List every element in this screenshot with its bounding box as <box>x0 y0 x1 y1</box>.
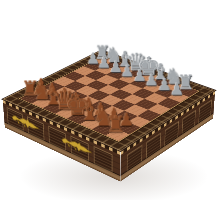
square-h1: ♜ <box>105 129 129 141</box>
piece-copper-rook: ♜ <box>98 113 134 135</box>
chess-set-photo: ♜♞♝♛♚♝♞♜♟♟♟♟♟♟♟♟♟♟♟♟♟♟♟♟♜♞♝♛♚♝♞♜ <box>0 0 222 222</box>
board-top: ♜♞♝♛♚♝♞♜♟♟♟♟♟♟♟♟♟♟♟♟♟♟♟♟♜♞♝♛♚♝♞♜ <box>3 50 216 151</box>
piece-silver-pawn: ♟ <box>161 82 194 98</box>
